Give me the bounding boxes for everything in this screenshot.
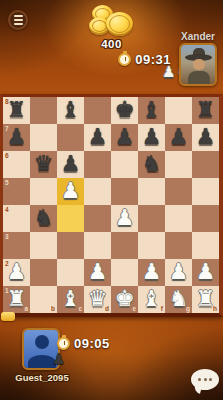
square-f5[interactable]	[138, 178, 165, 205]
coin-icon	[106, 12, 133, 36]
square-h8[interactable]: ♜	[192, 97, 219, 124]
square-c3[interactable]	[57, 232, 84, 259]
square-a6[interactable]: 6	[3, 151, 30, 178]
stopwatch-icon	[118, 53, 131, 66]
captured-white-pawn: ♟	[162, 63, 175, 81]
square-c5[interactable]: ♟	[57, 178, 84, 205]
square-h1[interactable]: h♜	[192, 286, 219, 313]
white-pawn[interactable]: ♟	[7, 258, 27, 285]
square-c1[interactable]: c♝	[57, 286, 84, 313]
black-pawn[interactable]: ♟	[7, 123, 27, 150]
black-rook[interactable]: ♜	[7, 96, 27, 123]
player-name: Guest_2095	[0, 372, 84, 383]
square-d4[interactable]	[84, 205, 111, 232]
square-b4[interactable]: ♞	[30, 205, 57, 232]
square-b2[interactable]	[30, 259, 57, 286]
square-c8[interactable]: ♝	[57, 97, 84, 124]
file-label: b	[51, 305, 55, 312]
rank-label: 4	[5, 206, 9, 213]
square-a1[interactable]: 1a♜	[3, 286, 30, 313]
square-e2[interactable]	[111, 259, 138, 286]
rank-label: 3	[5, 233, 9, 240]
square-h6[interactable]	[192, 151, 219, 178]
square-e1[interactable]: e♚	[111, 286, 138, 313]
opponent-avatar[interactable]	[179, 43, 217, 86]
square-f6[interactable]: ♞	[138, 151, 165, 178]
silhouette-head	[35, 335, 49, 349]
opponent-name: Xander	[181, 31, 215, 42]
white-bishop[interactable]: ♝	[142, 285, 162, 312]
ellipsis-dot-icon	[198, 378, 201, 381]
square-a4[interactable]: 4	[3, 205, 30, 232]
coins-button[interactable]	[89, 5, 135, 39]
square-g8[interactable]	[165, 97, 192, 124]
black-pawn[interactable]: ♟	[142, 123, 162, 150]
black-knight[interactable]: ♞	[34, 204, 54, 231]
black-queen[interactable]: ♛	[34, 150, 54, 177]
square-a3[interactable]: 3	[3, 232, 30, 259]
white-king[interactable]: ♚	[115, 285, 135, 312]
white-pawn[interactable]: ♟	[61, 177, 81, 204]
chess-app-screen: 400 Xander 09:31 ♟♞ 8♜♝♚♝♜7♟♟♟♟♟♟6♛♟♞5♟4…	[0, 0, 223, 400]
square-g5[interactable]	[165, 178, 192, 205]
white-pawn[interactable]: ♟	[88, 258, 108, 285]
board-corner-accent	[1, 312, 15, 321]
rank-label: 6	[5, 152, 9, 159]
stopwatch-icon	[57, 337, 70, 350]
black-pawn[interactable]: ♟	[115, 123, 135, 150]
square-f8[interactable]: ♝	[138, 97, 165, 124]
chat-button[interactable]	[191, 369, 219, 390]
white-bishop[interactable]: ♝	[61, 285, 81, 312]
black-knight[interactable]: ♞	[142, 150, 162, 177]
square-h4[interactable]	[192, 205, 219, 232]
captured-black-pawn: ♟	[52, 350, 65, 368]
black-pawn[interactable]: ♟	[196, 123, 216, 150]
white-pawn[interactable]: ♟	[142, 258, 162, 285]
square-g2[interactable]: ♟	[165, 259, 192, 286]
square-a7[interactable]: 7♟	[3, 124, 30, 151]
square-f2[interactable]: ♟	[138, 259, 165, 286]
square-a8[interactable]: 8♜	[3, 97, 30, 124]
black-king[interactable]: ♚	[115, 96, 135, 123]
white-queen[interactable]: ♛	[88, 285, 108, 312]
hamburger-icon	[14, 15, 23, 17]
square-f7[interactable]: ♟	[138, 124, 165, 151]
square-b5[interactable]	[30, 178, 57, 205]
ellipsis-dot-icon	[209, 378, 212, 381]
square-e8[interactable]: ♚	[111, 97, 138, 124]
square-d8[interactable]	[84, 97, 111, 124]
black-bishop[interactable]: ♝	[142, 96, 162, 123]
square-d5[interactable]	[84, 178, 111, 205]
black-bishop[interactable]: ♝	[61, 96, 81, 123]
square-g4[interactable]	[165, 205, 192, 232]
square-b3[interactable]	[30, 232, 57, 259]
square-a2[interactable]: 2♟	[3, 259, 30, 286]
square-d6[interactable]	[84, 151, 111, 178]
square-c6[interactable]: ♟	[57, 151, 84, 178]
black-rook[interactable]: ♜	[196, 96, 216, 123]
player-captured-pieces: ♟	[52, 350, 65, 368]
player-time: 09:05	[74, 336, 110, 351]
avatar-torso	[188, 71, 210, 84]
white-knight[interactable]: ♞	[169, 285, 189, 312]
square-f1[interactable]: f♝	[138, 286, 165, 313]
square-g7[interactable]: ♟	[165, 124, 192, 151]
square-g3[interactable]	[165, 232, 192, 259]
square-f3[interactable]	[138, 232, 165, 259]
square-e7[interactable]: ♟	[111, 124, 138, 151]
square-c2[interactable]	[57, 259, 84, 286]
square-g1[interactable]: g♞	[165, 286, 192, 313]
square-f4[interactable]	[138, 205, 165, 232]
rank-label: 5	[5, 179, 9, 186]
opponent-avatar-image	[181, 45, 215, 84]
square-g6[interactable]	[165, 151, 192, 178]
square-e6[interactable]	[111, 151, 138, 178]
white-pawn[interactable]: ♟	[196, 258, 216, 285]
square-d2[interactable]: ♟	[84, 259, 111, 286]
black-pawn[interactable]: ♟	[61, 150, 81, 177]
square-h3[interactable]	[192, 232, 219, 259]
square-c4[interactable]	[57, 205, 84, 232]
square-b6[interactable]: ♛	[30, 151, 57, 178]
white-rook[interactable]: ♜	[196, 285, 216, 312]
square-d1[interactable]: d♛	[84, 286, 111, 313]
square-d7[interactable]: ♟	[84, 124, 111, 151]
square-c7[interactable]	[57, 124, 84, 151]
square-b8[interactable]	[30, 97, 57, 124]
square-h2[interactable]: ♟	[192, 259, 219, 286]
player-timer: 09:05	[57, 336, 110, 351]
square-e5[interactable]	[111, 178, 138, 205]
square-e3[interactable]	[111, 232, 138, 259]
white-pawn[interactable]: ♟	[169, 258, 189, 285]
hamburger-icon	[14, 23, 23, 25]
square-e4[interactable]: ♟	[111, 205, 138, 232]
square-d3[interactable]	[84, 232, 111, 259]
hamburger-icon	[14, 19, 23, 21]
ellipsis-dot-icon	[204, 378, 207, 381]
square-b7[interactable]	[30, 124, 57, 151]
chess-board[interactable]: 8♜♝♚♝♜7♟♟♟♟♟♟6♛♟♞5♟4♞♟32♟♟♟♟♟1a♜bc♝d♛e♚f…	[0, 94, 223, 317]
black-pawn[interactable]: ♟	[169, 123, 189, 150]
square-h5[interactable]	[192, 178, 219, 205]
menu-button[interactable]	[8, 10, 28, 30]
black-pawn[interactable]: ♟	[88, 123, 108, 150]
square-a5[interactable]: 5	[3, 178, 30, 205]
square-h7[interactable]: ♟	[192, 124, 219, 151]
white-pawn[interactable]: ♟	[115, 204, 135, 231]
board-grid: 8♜♝♚♝♜7♟♟♟♟♟♟6♛♟♞5♟4♞♟32♟♟♟♟♟1a♜bc♝d♛e♚f…	[3, 97, 219, 313]
avatar-face	[193, 59, 205, 70]
white-rook[interactable]: ♜	[7, 285, 27, 312]
square-b1[interactable]: b	[30, 286, 57, 313]
